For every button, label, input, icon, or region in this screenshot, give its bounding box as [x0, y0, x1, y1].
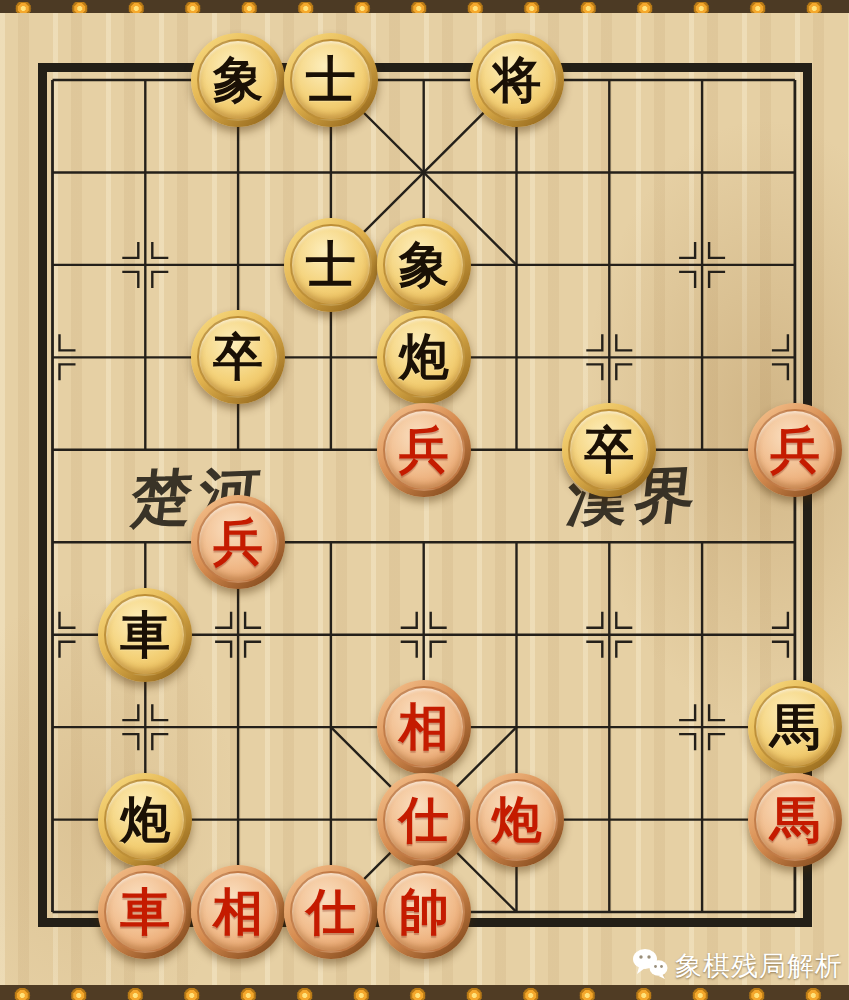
- xiangqi-app: 楚河 漢界 象士将士象卒炮兵卒兵兵車相馬炮仕炮馬車相仕帥 象棋残局解析: [0, 0, 849, 1000]
- piece-glyph: 炮: [120, 795, 170, 845]
- piece-red-elephant[interactable]: 相: [377, 680, 471, 774]
- piece-glyph: 士: [306, 55, 356, 105]
- wood-frame-bottom: [0, 985, 849, 1000]
- piece-glyph: 相: [399, 702, 449, 752]
- piece-face: 炮: [476, 779, 558, 861]
- piece-face: 車: [104, 594, 186, 676]
- piece-glyph: 将: [492, 55, 542, 105]
- wood-frame-top: [0, 0, 849, 13]
- pieces-layer: 象士将士象卒炮兵卒兵兵車相馬炮仕炮馬車相仕帥: [0, 0, 849, 1000]
- piece-face: 卒: [197, 316, 279, 398]
- piece-black-chariot[interactable]: 車: [98, 588, 192, 682]
- piece-black-horse[interactable]: 馬: [748, 680, 842, 774]
- piece-black-cannon[interactable]: 炮: [377, 310, 471, 404]
- piece-glyph: 帥: [399, 887, 449, 937]
- piece-glyph: 士: [306, 240, 356, 290]
- piece-glyph: 炮: [399, 332, 449, 382]
- piece-face: 士: [290, 39, 372, 121]
- watermark-text: 象棋残局解析: [675, 948, 843, 984]
- piece-glyph: 卒: [213, 332, 263, 382]
- piece-glyph: 馬: [770, 795, 820, 845]
- piece-face: 卒: [568, 409, 650, 491]
- piece-glyph: 象: [399, 240, 449, 290]
- piece-black-cannon[interactable]: 炮: [98, 773, 192, 867]
- piece-face: 相: [383, 686, 465, 768]
- piece-red-advisor[interactable]: 仕: [284, 865, 378, 959]
- piece-face: 象: [197, 39, 279, 121]
- piece-face: 相: [197, 871, 279, 953]
- piece-red-chariot[interactable]: 車: [98, 865, 192, 959]
- piece-black-advisor[interactable]: 士: [284, 33, 378, 127]
- wechat-icon: [632, 947, 668, 984]
- piece-glyph: 兵: [213, 517, 263, 567]
- piece-glyph: 仕: [306, 887, 356, 937]
- piece-face: 炮: [104, 779, 186, 861]
- piece-glyph: 仕: [399, 795, 449, 845]
- piece-glyph: 兵: [399, 425, 449, 475]
- piece-red-soldier[interactable]: 兵: [377, 403, 471, 497]
- piece-glyph: 相: [213, 887, 263, 937]
- piece-red-soldier[interactable]: 兵: [748, 403, 842, 497]
- piece-black-elephant[interactable]: 象: [377, 218, 471, 312]
- piece-black-soldier[interactable]: 卒: [191, 310, 285, 404]
- piece-red-cannon[interactable]: 炮: [470, 773, 564, 867]
- piece-face: 士: [290, 224, 372, 306]
- piece-glyph: 象: [213, 55, 263, 105]
- piece-black-elephant[interactable]: 象: [191, 33, 285, 127]
- watermark: 象棋残局解析: [632, 947, 843, 984]
- piece-face: 馬: [754, 779, 836, 861]
- piece-glyph: 車: [120, 887, 170, 937]
- piece-face: 兵: [197, 501, 279, 583]
- piece-face: 仕: [290, 871, 372, 953]
- piece-face: 仕: [383, 779, 465, 861]
- piece-face: 兵: [754, 409, 836, 491]
- piece-face: 車: [104, 871, 186, 953]
- piece-face: 炮: [383, 316, 465, 398]
- piece-glyph: 馬: [770, 702, 820, 752]
- piece-face: 馬: [754, 686, 836, 768]
- piece-red-advisor[interactable]: 仕: [377, 773, 471, 867]
- piece-black-soldier[interactable]: 卒: [562, 403, 656, 497]
- piece-red-elephant[interactable]: 相: [191, 865, 285, 959]
- piece-red-general[interactable]: 帥: [377, 865, 471, 959]
- piece-glyph: 卒: [584, 425, 634, 475]
- piece-glyph: 兵: [770, 425, 820, 475]
- piece-red-horse[interactable]: 馬: [748, 773, 842, 867]
- piece-face: 将: [476, 39, 558, 121]
- piece-glyph: 炮: [492, 795, 542, 845]
- piece-red-soldier[interactable]: 兵: [191, 495, 285, 589]
- piece-face: 兵: [383, 409, 465, 491]
- piece-black-general[interactable]: 将: [470, 33, 564, 127]
- piece-face: 象: [383, 224, 465, 306]
- piece-black-advisor[interactable]: 士: [284, 218, 378, 312]
- piece-glyph: 車: [120, 610, 170, 660]
- piece-face: 帥: [383, 871, 465, 953]
